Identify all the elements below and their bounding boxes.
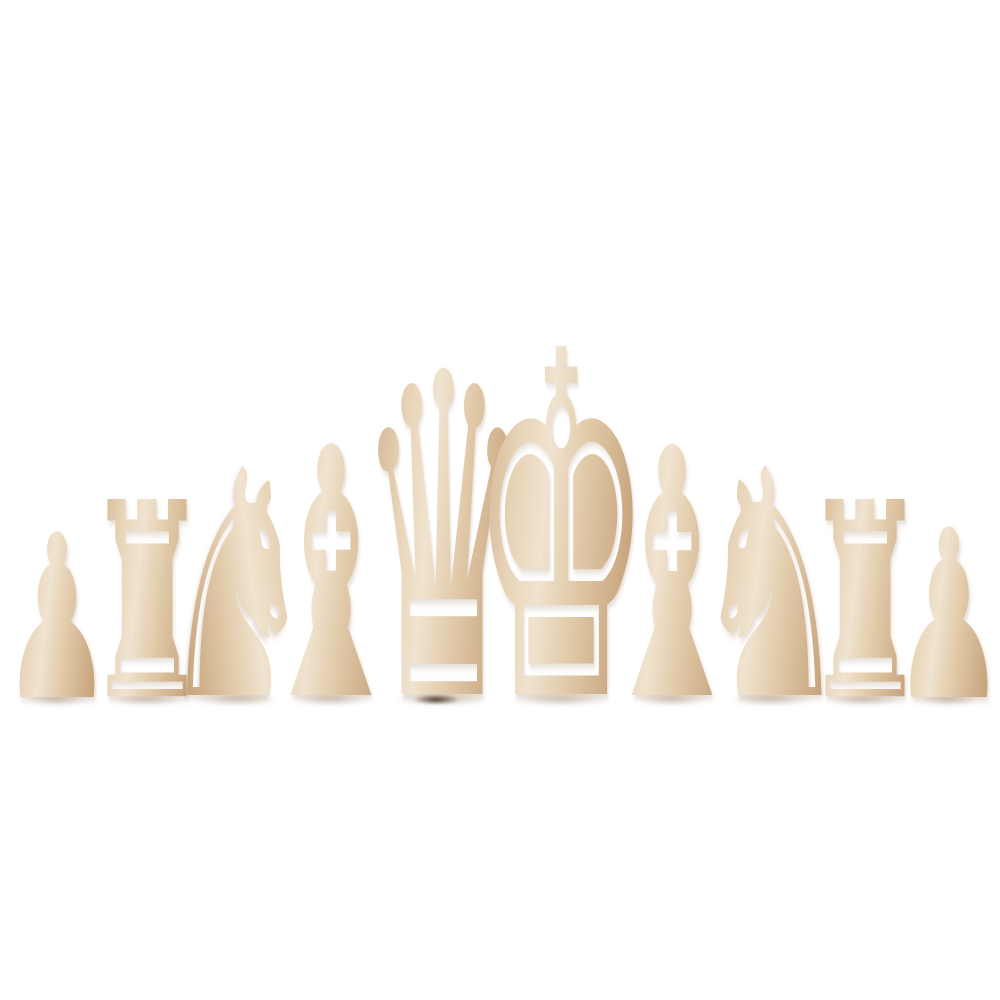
pawn-glyph: ♟: [891, 499, 1000, 733]
chess-piece-pawn-right: ♟: [844, 499, 1000, 700]
queen-base-felt-spot: [407, 693, 465, 706]
chess-pieces-product-photo: ♟♜♞♝♛♚♝♞♜♟: [0, 0, 1000, 1000]
